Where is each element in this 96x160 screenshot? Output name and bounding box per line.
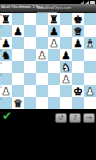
square-c8[interactable] (24, 13, 36, 25)
square-h6[interactable]: ♝ (84, 37, 96, 49)
piece-black-king: ♚ (73, 13, 82, 25)
square-d4[interactable] (36, 61, 48, 73)
piece-black-pawn: ♟ (61, 49, 70, 61)
square-f6[interactable] (60, 37, 72, 49)
square-a1[interactable]: 1 (0, 97, 12, 109)
square-e7[interactable]: ♟ (48, 25, 60, 37)
rank-label: 3 (0, 73, 2, 76)
correct-checkmark-icon: ✔ (2, 110, 12, 122)
piece-black-pawn: ♟ (49, 25, 58, 37)
square-b1[interactable]: ♛ (12, 97, 24, 109)
square-d3[interactable] (36, 73, 48, 85)
square-e8[interactable]: ♜ (48, 13, 60, 25)
square-g2[interactable]: ♚ (72, 85, 84, 97)
next-button[interactable]: → (83, 113, 95, 123)
square-c3[interactable] (24, 73, 36, 85)
rank-label: 6 (0, 37, 2, 40)
square-a5[interactable]: 5♞ (0, 49, 12, 61)
square-f7[interactable] (60, 25, 72, 37)
square-b6[interactable] (12, 37, 24, 49)
title-url-text: www.BlindChess.com (37, 6, 75, 10)
square-b7[interactable]: ♟ (12, 25, 24, 37)
square-g6[interactable]: ♟ (72, 37, 84, 49)
square-a3[interactable]: 3 (0, 73, 12, 85)
square-f3[interactable]: ♟ (60, 73, 72, 85)
chess-board: 8♜♜♚7♟♟♛6♟♟♟♝5♞♟♟4♞3♟2♟♚♟1♛ (0, 13, 96, 109)
square-f5[interactable]: ♟ (60, 49, 72, 61)
piece-white-pawn: ♟ (61, 73, 70, 85)
square-f1[interactable] (60, 97, 72, 109)
square-g1[interactable] (72, 97, 84, 109)
square-h4[interactable] (84, 61, 96, 73)
square-h8[interactable] (84, 13, 96, 25)
square-c4[interactable] (24, 61, 36, 73)
square-b4[interactable] (12, 61, 24, 73)
square-a6[interactable]: 6♟ (0, 37, 12, 49)
square-g5[interactable] (72, 49, 84, 61)
piece-white-bishop: ♝ (85, 37, 94, 49)
square-d2[interactable] (36, 85, 48, 97)
square-a4[interactable]: 4 (0, 61, 12, 73)
piece-black-queen: ♛ (13, 97, 22, 109)
square-g7[interactable]: ♛ (72, 25, 84, 37)
square-d6[interactable] (36, 37, 48, 49)
square-b3[interactable] (12, 73, 24, 85)
square-e1[interactable] (48, 97, 60, 109)
square-a2[interactable]: 2♟ (0, 85, 12, 97)
square-g3[interactable] (72, 73, 84, 85)
square-h1[interactable] (84, 97, 96, 109)
piece-white-pawn: ♟ (37, 49, 46, 61)
square-d1[interactable] (36, 97, 48, 109)
app-screen: Ideal Checkmate 1 Free www.BlindChess.co… (0, 0, 96, 160)
square-f2[interactable] (60, 85, 72, 97)
square-h7[interactable] (84, 25, 96, 37)
square-d5[interactable]: ♟ (36, 49, 48, 61)
piece-white-knight: ♞ (61, 61, 70, 73)
square-e5[interactable] (48, 49, 60, 61)
rank-label: 2 (0, 85, 2, 88)
piece-white-queen: ♛ (73, 25, 82, 37)
square-d7[interactable] (36, 25, 48, 37)
square-h2[interactable]: ♟ (84, 85, 96, 97)
retry-button[interactable]: ↺ (55, 113, 67, 123)
rank-label: 4 (0, 61, 2, 64)
square-c5[interactable] (24, 49, 36, 61)
square-f4[interactable]: ♞ (60, 61, 72, 73)
square-e2[interactable] (48, 85, 60, 97)
piece-black-knight: ♞ (1, 49, 10, 61)
square-g4[interactable] (72, 61, 84, 73)
rank-label: 8 (0, 13, 2, 16)
piece-black-rook: ♜ (49, 13, 58, 25)
square-c7[interactable] (24, 25, 36, 37)
square-a7[interactable]: 7 (0, 25, 12, 37)
piece-black-pawn: ♟ (13, 25, 22, 37)
square-b8[interactable] (12, 13, 24, 25)
piece-black-rook: ♜ (1, 13, 10, 25)
square-e6[interactable]: ♟ (48, 37, 60, 49)
piece-white-pawn: ♟ (85, 85, 94, 97)
rank-label: 1 (0, 97, 2, 100)
piece-white-king: ♚ (73, 85, 82, 97)
square-b2[interactable] (12, 85, 24, 97)
square-e3[interactable] (48, 73, 60, 85)
square-f8[interactable] (60, 13, 72, 25)
square-a8[interactable]: 8♜ (0, 13, 12, 25)
square-h5[interactable] (84, 49, 96, 61)
piece-white-pawn: ♟ (49, 37, 58, 49)
rank-label: 5 (0, 49, 2, 52)
square-g8[interactable]: ♚ (72, 13, 84, 25)
square-d8[interactable] (36, 13, 48, 25)
piece-white-pawn: ♟ (1, 85, 10, 97)
title-bar: Ideal Checkmate 1 Free www.BlindChess.co… (0, 4, 96, 12)
rank-label: 7 (0, 25, 2, 28)
piece-black-pawn: ♟ (73, 37, 82, 49)
square-b5[interactable] (12, 49, 24, 61)
puzzle-controls: ↺ ? → (55, 113, 95, 123)
hint-button[interactable]: ? (69, 113, 81, 123)
square-e4[interactable] (48, 61, 60, 73)
square-h3[interactable] (84, 73, 96, 85)
piece-black-pawn: ♟ (1, 37, 10, 49)
square-c2[interactable] (24, 85, 36, 97)
square-c1[interactable] (24, 97, 36, 109)
square-c6[interactable] (24, 37, 36, 49)
result-panel: ✔ ↺ ? → (0, 109, 96, 160)
